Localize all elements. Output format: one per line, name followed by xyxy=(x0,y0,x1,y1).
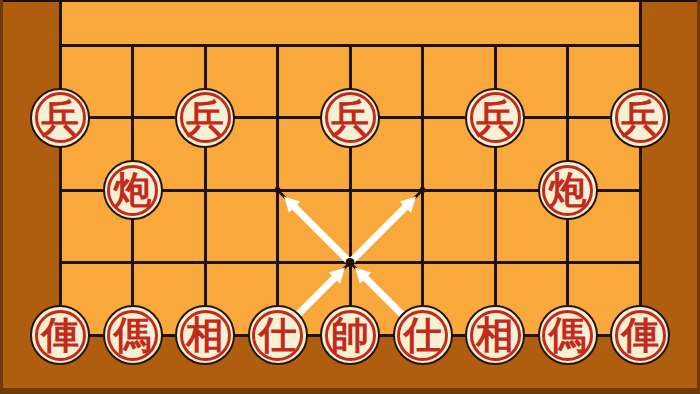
piece-label: 兵 xyxy=(186,99,224,137)
piece-label: 相 xyxy=(186,316,224,354)
piece-cannon[interactable]: 炮 xyxy=(103,160,163,220)
piece-label: 炮 xyxy=(114,171,152,209)
piece-label: 俥 xyxy=(621,316,659,354)
piece-label: 傌 xyxy=(114,316,152,354)
piece-label: 俥 xyxy=(41,316,79,354)
pieces-layer: 兵兵兵兵兵炮炮俥傌相仕帥仕相傌俥 xyxy=(0,0,700,394)
frame-edge-top xyxy=(0,0,700,2)
piece-horse[interactable]: 傌 xyxy=(538,305,598,365)
piece-label: 仕 xyxy=(259,316,297,354)
piece-cannon[interactable]: 炮 xyxy=(538,160,598,220)
piece-label: 兵 xyxy=(476,99,514,137)
piece-label: 傌 xyxy=(549,316,587,354)
piece-label: 炮 xyxy=(549,171,587,209)
piece-advisor[interactable]: 仕 xyxy=(248,305,308,365)
piece-elephant[interactable]: 相 xyxy=(175,305,235,365)
piece-label: 帥 xyxy=(331,316,369,354)
piece-soldier[interactable]: 兵 xyxy=(465,88,525,148)
piece-label: 仕 xyxy=(404,316,442,354)
piece-elephant[interactable]: 相 xyxy=(465,305,525,365)
piece-soldier[interactable]: 兵 xyxy=(175,88,235,148)
piece-horse[interactable]: 傌 xyxy=(103,305,163,365)
piece-label: 兵 xyxy=(331,99,369,137)
piece-label: 相 xyxy=(476,316,514,354)
piece-soldier[interactable]: 兵 xyxy=(30,88,90,148)
frame-edge-left xyxy=(0,0,3,394)
piece-chariot[interactable]: 俥 xyxy=(610,305,670,365)
frame-edge-bottom xyxy=(0,388,700,394)
piece-soldier[interactable]: 兵 xyxy=(320,88,380,148)
xiangqi-board: 兵兵兵兵兵炮炮俥傌相仕帥仕相傌俥 xyxy=(0,0,700,394)
piece-label: 兵 xyxy=(41,99,79,137)
piece-soldier[interactable]: 兵 xyxy=(610,88,670,148)
piece-chariot[interactable]: 俥 xyxy=(30,305,90,365)
piece-label: 兵 xyxy=(621,99,659,137)
piece-general[interactable]: 帥 xyxy=(320,305,380,365)
piece-advisor[interactable]: 仕 xyxy=(393,305,453,365)
